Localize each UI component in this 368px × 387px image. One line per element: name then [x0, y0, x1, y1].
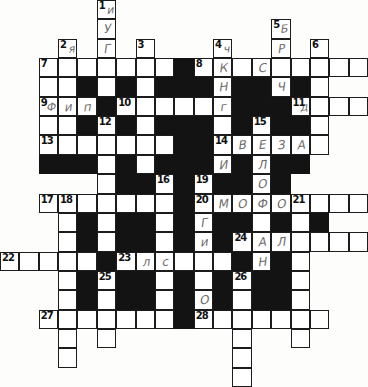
grid-cell[interactable]: Г [194, 213, 213, 232]
background-cell [19, 116, 38, 135]
black-cell [232, 116, 251, 135]
background-cell [329, 155, 348, 174]
grid-cell[interactable] [136, 310, 155, 329]
background-cell [310, 19, 329, 38]
handwritten-letter: О [271, 194, 290, 213]
background-cell [116, 368, 135, 387]
background-cell [39, 232, 58, 251]
grid-cell[interactable] [310, 194, 329, 213]
black-cell [271, 174, 290, 193]
background-cell [0, 329, 19, 348]
black-cell [136, 232, 155, 251]
grid-cell[interactable]: 17 [39, 194, 58, 213]
black-cell [252, 77, 271, 96]
grid-cell[interactable] [213, 116, 232, 135]
black-cell [194, 135, 213, 154]
grid-cell[interactable] [155, 97, 174, 116]
black-cell [58, 155, 77, 174]
grid-cell[interactable] [19, 252, 38, 271]
background-cell [0, 155, 19, 174]
grid-cell[interactable] [349, 97, 368, 116]
grid-cell[interactable]: Е [252, 135, 271, 154]
handwritten-letter: Ч [271, 78, 290, 97]
handwritten-letter: А [252, 232, 271, 251]
grid-cell[interactable]: Н [213, 77, 232, 96]
clue-number: 9 [41, 97, 47, 108]
background-cell [39, 348, 58, 367]
black-cell [194, 116, 213, 135]
grid-cell[interactable] [194, 97, 213, 116]
grid-cell[interactable] [39, 77, 58, 96]
clue-number: 7 [41, 58, 47, 69]
black-cell [252, 97, 271, 116]
background-cell [349, 19, 368, 38]
black-cell [155, 116, 174, 135]
grid-cell[interactable] [232, 348, 251, 367]
grid-cell[interactable]: 5Б [271, 19, 290, 38]
grid-cell[interactable] [213, 310, 232, 329]
background-cell [136, 348, 155, 367]
handwritten-letter: Г [194, 213, 213, 232]
grid-cell[interactable] [77, 252, 96, 271]
background-cell [0, 368, 19, 387]
grid-cell[interactable] [58, 348, 77, 367]
black-cell [97, 252, 116, 271]
grid-cell[interactable] [58, 116, 77, 135]
grid-cell[interactable] [310, 116, 329, 135]
grid-cell[interactable] [58, 135, 77, 154]
background-cell [329, 329, 348, 348]
background-cell [97, 368, 116, 387]
black-cell [232, 155, 251, 174]
background-cell [329, 39, 348, 58]
grid-cell[interactable] [77, 135, 96, 154]
grid-cell[interactable]: А [252, 232, 271, 251]
grid-cell[interactable]: 19 [194, 174, 213, 193]
grid-cell[interactable] [232, 329, 251, 348]
grid-cell[interactable] [291, 271, 310, 290]
background-cell [349, 329, 368, 348]
grid-cell[interactable] [116, 58, 135, 77]
grid-cell[interactable]: л [136, 252, 155, 271]
clue-number: 27 [41, 310, 53, 321]
black-cell [155, 77, 174, 96]
grid-cell[interactable] [97, 77, 116, 96]
grid-cell[interactable] [97, 174, 116, 193]
grid-cell[interactable] [136, 58, 155, 77]
background-cell [77, 0, 96, 19]
grid-cell[interactable] [310, 232, 329, 251]
background-cell [0, 290, 19, 309]
grid-cell[interactable]: 22 [0, 252, 19, 271]
handwritten-letter: О [233, 194, 252, 213]
grid-cell[interactable] [291, 232, 310, 251]
black-cell [77, 155, 96, 174]
black-cell [77, 232, 96, 251]
black-cell [116, 290, 135, 309]
grid-cell[interactable] [349, 232, 368, 251]
grid-cell[interactable] [97, 155, 116, 174]
grid-cell[interactable]: О [194, 290, 213, 309]
grid-cell[interactable] [329, 97, 348, 116]
black-cell [136, 271, 155, 290]
grid-cell[interactable] [97, 310, 116, 329]
background-cell [155, 329, 174, 348]
grid-cell[interactable] [58, 329, 77, 348]
grid-cell[interactable] [310, 58, 329, 77]
grid-cell[interactable]: О [232, 194, 251, 213]
background-cell [349, 155, 368, 174]
grid-cell[interactable] [97, 58, 116, 77]
grid-cell[interactable] [136, 155, 155, 174]
black-cell [213, 290, 232, 309]
black-cell [271, 213, 290, 232]
clue-number: 18 [60, 194, 72, 205]
grid-cell[interactable]: 28 [194, 310, 213, 329]
black-cell [77, 77, 96, 96]
grid-cell[interactable] [155, 290, 174, 309]
background-cell [58, 19, 77, 38]
grid-cell[interactable]: Г [97, 39, 116, 58]
black-cell [194, 155, 213, 174]
grid-cell[interactable] [155, 194, 174, 213]
background-cell [291, 19, 310, 38]
background-cell [349, 290, 368, 309]
black-cell [271, 271, 290, 290]
background-cell [213, 0, 232, 19]
grid-cell[interactable] [194, 271, 213, 290]
background-cell [329, 348, 348, 367]
background-cell [19, 232, 38, 251]
black-cell [174, 310, 193, 329]
background-cell [232, 0, 251, 19]
grid-cell[interactable] [155, 232, 174, 251]
grid-cell[interactable] [97, 194, 116, 213]
grid-cell[interactable]: К [213, 58, 232, 77]
grid-cell[interactable] [174, 252, 193, 271]
grid-cell[interactable] [58, 271, 77, 290]
background-cell [174, 329, 193, 348]
grid-cell[interactable] [291, 310, 310, 329]
grid-cell[interactable]: 21 [291, 194, 310, 213]
clue-number: 5 [273, 19, 279, 30]
grid-cell[interactable]: О [271, 194, 290, 213]
grid-cell[interactable] [58, 77, 77, 96]
background-cell [252, 0, 271, 19]
grid-cell[interactable] [155, 271, 174, 290]
black-cell [116, 232, 135, 251]
background-cell [310, 368, 329, 387]
grid-cell[interactable]: 1и [97, 0, 116, 19]
black-cell [271, 155, 290, 174]
grid-cell[interactable] [97, 135, 116, 154]
grid-cell[interactable]: З [271, 135, 290, 154]
grid-cell[interactable] [310, 310, 329, 329]
grid-cell[interactable]: Ф [252, 194, 271, 213]
black-cell [271, 97, 290, 116]
black-cell [252, 271, 271, 290]
handwritten-letter: л [136, 252, 155, 271]
background-cell [329, 368, 348, 387]
grid-cell[interactable]: п [77, 97, 96, 116]
grid-cell[interactable] [58, 213, 77, 232]
grid-cell[interactable] [291, 252, 310, 271]
grid-cell[interactable] [77, 310, 96, 329]
grid-cell[interactable] [252, 310, 271, 329]
grid-cell[interactable]: 11д [291, 97, 310, 116]
grid-cell[interactable]: г [213, 97, 232, 116]
grid-cell[interactable]: 7 [39, 58, 58, 77]
background-cell [155, 348, 174, 367]
handwritten-letter: Н [213, 78, 232, 97]
grid-cell[interactable] [136, 77, 155, 96]
grid-cell[interactable]: Л [271, 232, 290, 251]
clue-number: 22 [2, 252, 14, 263]
grid-cell[interactable] [116, 135, 135, 154]
background-cell [194, 0, 213, 19]
grid-cell[interactable] [232, 310, 251, 329]
background-cell [97, 348, 116, 367]
background-cell [310, 348, 329, 367]
grid-cell[interactable]: 23 [116, 252, 135, 271]
grid-cell[interactable]: 10 [116, 97, 135, 116]
grid-cell[interactable]: А [291, 135, 310, 154]
black-cell [174, 232, 193, 251]
grid-cell[interactable] [155, 58, 174, 77]
black-cell [232, 174, 251, 193]
grid-cell[interactable]: И [213, 155, 232, 174]
clue-number: 14 [215, 135, 227, 146]
background-cell [19, 368, 38, 387]
background-cell [349, 310, 368, 329]
black-cell [77, 116, 96, 135]
grid-cell[interactable] [97, 213, 116, 232]
grid-cell[interactable] [252, 213, 271, 232]
background-cell [39, 368, 58, 387]
grid-cell[interactable] [213, 252, 232, 271]
background-cell [39, 19, 58, 38]
black-cell [116, 116, 135, 135]
grid-cell[interactable] [136, 194, 155, 213]
black-cell [39, 155, 58, 174]
background-cell [136, 19, 155, 38]
background-cell [329, 271, 348, 290]
grid-cell[interactable] [232, 290, 251, 309]
grid-cell[interactable]: С [252, 58, 271, 77]
background-cell [58, 174, 77, 193]
clue-number: 23 [118, 252, 130, 263]
clue-number: 16 [157, 174, 169, 185]
grid-cell[interactable]: 12 [97, 116, 116, 135]
grid-cell[interactable] [310, 77, 329, 96]
grid-cell[interactable] [58, 310, 77, 329]
grid-cell[interactable] [116, 194, 135, 213]
grid-cell[interactable]: с [155, 252, 174, 271]
grid-cell[interactable] [116, 310, 135, 329]
background-cell [77, 39, 96, 58]
handwritten-letter: и [58, 97, 77, 116]
grid-cell[interactable]: Н [252, 252, 271, 271]
grid-cell[interactable]: Р [271, 39, 290, 58]
black-cell [213, 271, 232, 290]
grid-cell[interactable]: 24 [232, 232, 251, 251]
grid-cell[interactable]: и [194, 232, 213, 251]
handwritten-letter: У [97, 19, 116, 38]
background-cell [174, 368, 193, 387]
grid-cell[interactable] [329, 194, 348, 213]
background-cell [19, 39, 38, 58]
grid-cell[interactable]: У [97, 19, 116, 38]
black-cell [136, 174, 155, 193]
grid-cell[interactable] [232, 368, 251, 387]
background-cell [19, 0, 38, 19]
handwritten-letter: С [252, 58, 271, 77]
grid-cell[interactable] [291, 329, 310, 348]
grid-cell[interactable] [97, 290, 116, 309]
grid-cell[interactable] [310, 135, 329, 154]
grid-cell[interactable]: 14 [213, 135, 232, 154]
black-cell [174, 271, 193, 290]
grid-cell[interactable]: 20 [194, 194, 213, 213]
background-cell [39, 213, 58, 232]
grid-cell[interactable] [58, 290, 77, 309]
grid-cell[interactable]: 26 [232, 271, 251, 290]
background-cell [116, 348, 135, 367]
background-cell [19, 19, 38, 38]
grid-cell[interactable] [77, 194, 96, 213]
grid-cell[interactable] [155, 213, 174, 232]
grid-cell[interactable]: 16 [155, 174, 174, 193]
grid-cell[interactable] [329, 232, 348, 251]
background-cell [19, 135, 38, 154]
grid-cell[interactable] [155, 310, 174, 329]
black-cell [271, 252, 290, 271]
grid-cell[interactable]: 13 [39, 135, 58, 154]
grid-cell[interactable] [136, 116, 155, 135]
grid-cell[interactable] [310, 97, 329, 116]
background-cell [19, 271, 38, 290]
background-cell [310, 290, 329, 309]
grid-cell[interactable]: В [232, 135, 251, 154]
grid-cell[interactable]: 8 [194, 58, 213, 77]
clue-number: 11 [293, 97, 305, 108]
grid-cell[interactable] [329, 58, 348, 77]
black-cell [174, 135, 193, 154]
background-cell [329, 116, 348, 135]
grid-cell[interactable] [232, 58, 251, 77]
grid-cell[interactable] [97, 232, 116, 251]
grid-cell[interactable]: Л [252, 155, 271, 174]
clue-number: 13 [41, 135, 53, 146]
grid-cell[interactable] [291, 213, 310, 232]
grid-cell[interactable]: 3 [136, 39, 155, 58]
black-cell [271, 116, 290, 135]
black-cell [136, 290, 155, 309]
black-cell [252, 290, 271, 309]
background-cell [310, 252, 329, 271]
background-cell [155, 39, 174, 58]
grid-cell[interactable]: М [213, 194, 232, 213]
background-cell [252, 348, 271, 367]
grid-cell[interactable]: 9Ф [39, 97, 58, 116]
grid-cell[interactable] [39, 252, 58, 271]
background-cell [291, 174, 310, 193]
grid-cell[interactable]: 27 [39, 310, 58, 329]
background-cell [174, 19, 193, 38]
grid-cell[interactable] [136, 97, 155, 116]
handwritten-letter: и [194, 232, 213, 251]
grid-cell[interactable] [291, 58, 310, 77]
crossword-grid: 1иУ5Б2яГ34чР678КСНЧ9Фип10г11д12151314ВЕЗ… [0, 0, 368, 387]
background-cell [39, 0, 58, 19]
grid-cell[interactable]: 18 [58, 194, 77, 213]
grid-cell[interactable]: 15 [252, 116, 271, 135]
black-cell [232, 213, 251, 232]
background-cell [19, 174, 38, 193]
grid-cell[interactable]: 4ч [213, 39, 232, 58]
grid-cell[interactable] [77, 58, 96, 77]
background-cell [329, 252, 348, 271]
grid-cell[interactable] [291, 290, 310, 309]
background-cell [271, 329, 290, 348]
clue-number: 4 [215, 39, 221, 50]
grid-cell[interactable]: Ч [271, 77, 290, 96]
background-cell [19, 290, 38, 309]
grid-cell[interactable]: О [252, 174, 271, 193]
background-cell [155, 368, 174, 387]
clue-number: 24 [234, 232, 246, 243]
grid-cell[interactable]: и [58, 97, 77, 116]
grid-cell[interactable] [349, 194, 368, 213]
grid-cell[interactable] [97, 329, 116, 348]
grid-cell[interactable]: 2я [58, 39, 77, 58]
grid-cell[interactable]: 25 [97, 271, 116, 290]
grid-cell[interactable] [271, 58, 290, 77]
handwritten-letter: К [213, 58, 232, 77]
background-cell [0, 77, 19, 96]
background-cell [0, 174, 19, 193]
background-cell [213, 348, 232, 367]
background-cell [194, 39, 213, 58]
handwritten-letter: О [252, 174, 271, 193]
handwritten-letter: И [213, 155, 232, 174]
background-cell [213, 368, 232, 387]
background-cell [271, 368, 290, 387]
background-cell [271, 348, 290, 367]
grid-cell[interactable] [349, 58, 368, 77]
grid-cell[interactable] [39, 116, 58, 135]
grid-cell[interactable] [58, 232, 77, 251]
grid-cell[interactable] [174, 97, 193, 116]
handwritten-letter: с [155, 252, 174, 271]
clue-number: 19 [196, 174, 208, 185]
grid-cell[interactable] [58, 252, 77, 271]
clue-number: 2 [60, 39, 66, 50]
background-cell [19, 97, 38, 116]
grid-cell[interactable] [155, 135, 174, 154]
grid-cell[interactable] [136, 135, 155, 154]
grid-cell[interactable] [58, 58, 77, 77]
black-cell [174, 174, 193, 193]
crossword-page: 1иУ5Б2яГ34чР678КСНЧ9Фип10г11д12151314ВЕЗ… [0, 0, 368, 387]
grid-cell[interactable]: 6 [310, 39, 329, 58]
handwritten-letter: Н [252, 252, 271, 271]
background-cell [19, 77, 38, 96]
background-cell [213, 329, 232, 348]
handwritten-letter: О [194, 290, 213, 309]
grid-cell[interactable] [194, 252, 213, 271]
grid-cell[interactable] [271, 310, 290, 329]
